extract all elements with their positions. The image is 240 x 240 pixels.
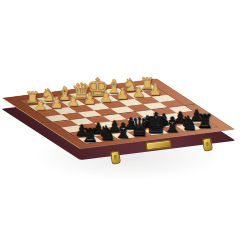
piece-white-pawn: ♟ — [149, 83, 162, 97]
chess-set-photo: ♜♞♝♛♚♝♞♜♟♟♟♟♟♟♟♟♟♟♟♟♟♟♟♟♜♞♝♛♚♝♞♜ — [0, 0, 240, 240]
brass-clasp-front — [110, 150, 121, 164]
piece-black-rook: ♜ — [82, 126, 99, 145]
piece-white-pawn: ♟ — [67, 94, 80, 108]
piece-black-knight: ♞ — [180, 113, 198, 133]
piece-white-pawn: ♟ — [50, 96, 63, 110]
piece-black-rook: ♜ — [196, 112, 213, 131]
piece-white-pawn: ♟ — [83, 92, 96, 106]
piece-white-pawn: ♟ — [34, 98, 47, 112]
piece-white-pawn: ♟ — [100, 90, 113, 104]
piece-white-pawn: ♟ — [132, 85, 145, 99]
brass-clasp-right — [202, 137, 213, 151]
piece-black-bishop: ♝ — [113, 120, 132, 141]
piece-black-knight: ♞ — [98, 123, 116, 143]
piece-white-pawn: ♟ — [116, 87, 129, 101]
